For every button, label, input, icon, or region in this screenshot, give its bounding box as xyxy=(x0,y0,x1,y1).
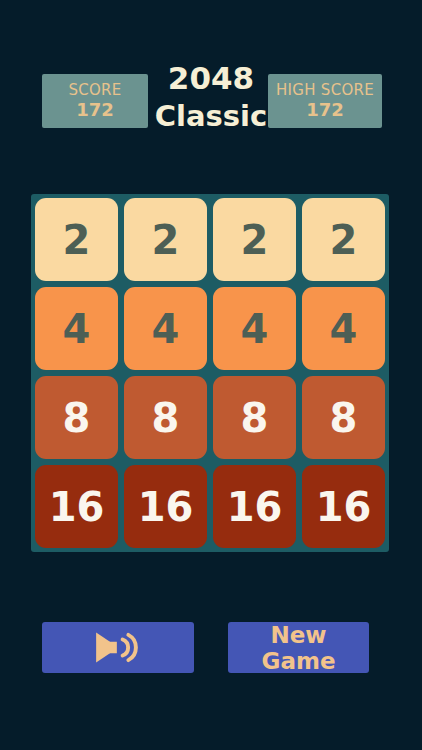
tile-4: 4 xyxy=(35,287,118,370)
game-board[interactable]: 22224444888816161616 xyxy=(31,194,389,552)
tile-8: 8 xyxy=(124,376,207,459)
high-score-label: HIGH SCORE xyxy=(276,81,374,99)
tile-4: 4 xyxy=(213,287,296,370)
tile-8: 8 xyxy=(213,376,296,459)
tile-4: 4 xyxy=(302,287,385,370)
tile-2: 2 xyxy=(213,198,296,281)
tile-16: 16 xyxy=(302,465,385,548)
tile-2: 2 xyxy=(124,198,207,281)
high-score-panel: HIGH SCORE 172 xyxy=(268,74,382,128)
tile-16: 16 xyxy=(124,465,207,548)
tile-8: 8 xyxy=(35,376,118,459)
tile-8: 8 xyxy=(302,376,385,459)
new-game-button[interactable]: New Game xyxy=(228,622,369,673)
new-game-label: New Game xyxy=(234,622,363,674)
sound-button[interactable] xyxy=(42,622,194,673)
tile-16: 16 xyxy=(35,465,118,548)
tile-16: 16 xyxy=(213,465,296,548)
speaker-on-icon xyxy=(95,629,141,666)
tile-4: 4 xyxy=(124,287,207,370)
high-score-value: 172 xyxy=(306,99,344,121)
tile-2: 2 xyxy=(35,198,118,281)
tile-2: 2 xyxy=(302,198,385,281)
app-screen: SCORE 172 2048 Classic HIGH SCORE 172 22… xyxy=(0,0,422,750)
